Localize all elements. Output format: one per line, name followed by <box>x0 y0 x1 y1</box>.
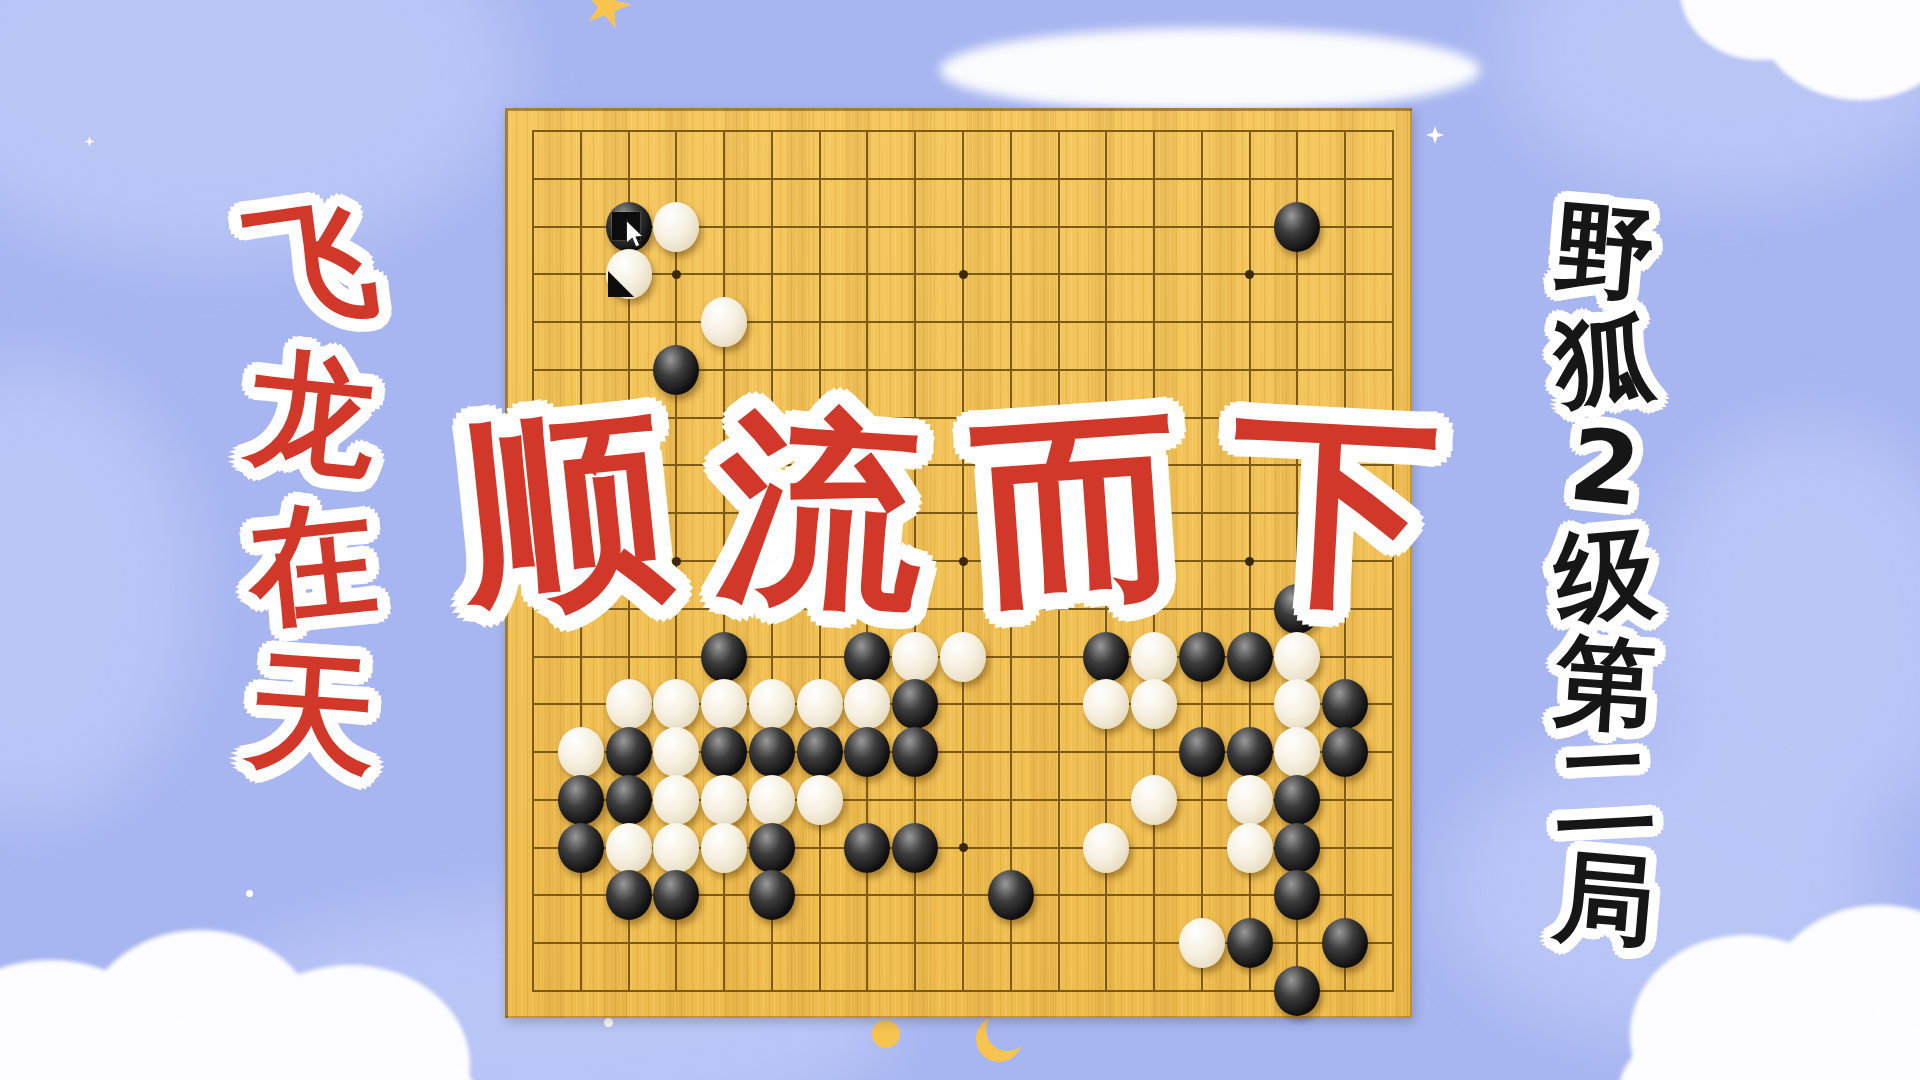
white-stone <box>606 823 652 873</box>
white-stone <box>701 297 747 347</box>
white-stone <box>749 679 795 729</box>
star-point <box>959 270 968 279</box>
grid-line <box>532 990 1394 992</box>
black-stone <box>701 727 747 777</box>
black-stone <box>1179 727 1225 777</box>
white-stone <box>1131 775 1177 825</box>
white-stone <box>1179 918 1225 968</box>
white-stone <box>1274 727 1320 777</box>
black-stone <box>844 823 890 873</box>
white-stone <box>1227 823 1273 873</box>
white-stone <box>1131 632 1177 682</box>
sparkle-icon <box>1426 126 1444 144</box>
sparkle-icon <box>604 1018 613 1027</box>
white-stone <box>701 679 747 729</box>
cloud <box>940 28 1480 112</box>
white-stone <box>558 727 604 777</box>
white-stone <box>653 202 699 252</box>
black-stone <box>1322 918 1368 968</box>
white-stone <box>797 775 843 825</box>
white-stone <box>1131 679 1177 729</box>
black-stone <box>606 775 652 825</box>
caption-char: 天 <box>244 646 381 783</box>
white-stone <box>797 679 843 729</box>
caption-char: 二 <box>1552 739 1657 844</box>
caption-char: 局 <box>1551 846 1659 954</box>
caption-char: 级 <box>1551 522 1659 630</box>
white-stone <box>1274 679 1320 729</box>
black-stone <box>749 823 795 873</box>
black-stone <box>749 727 795 777</box>
black-stone <box>1227 632 1273 682</box>
black-stone <box>558 823 604 873</box>
caption-char: 下 <box>1226 403 1442 619</box>
gold-star-icon <box>872 1020 900 1048</box>
white-stone <box>1083 823 1129 873</box>
crescent-moon-icon <box>976 1016 1022 1062</box>
black-stone <box>844 727 890 777</box>
caption-char: 而 <box>968 401 1188 621</box>
black-stone <box>1274 966 1320 1016</box>
white-stone <box>1083 679 1129 729</box>
white-stone <box>844 679 890 729</box>
black-stone <box>797 727 843 777</box>
caption-char: 顺 <box>452 398 678 624</box>
white-stone <box>653 823 699 873</box>
caption-char: 第 <box>1552 631 1659 738</box>
black-stone <box>1274 870 1320 920</box>
cloud <box>0 360 200 820</box>
black-stone <box>1227 727 1273 777</box>
caption-char: 飞 <box>240 192 385 337</box>
black-stone <box>558 775 604 825</box>
star-point <box>959 843 968 852</box>
black-stone <box>1179 632 1225 682</box>
white-stone <box>606 679 652 729</box>
black-stone <box>892 823 938 873</box>
black-stone <box>892 679 938 729</box>
white-stone <box>1227 775 1273 825</box>
mouse-cursor-icon <box>625 219 645 249</box>
caption-char: 龙 <box>242 344 383 485</box>
black-stone <box>892 727 938 777</box>
white-stone <box>749 775 795 825</box>
black-stone <box>1274 823 1320 873</box>
star-point <box>1245 270 1254 279</box>
black-stone <box>1322 679 1368 729</box>
center-caption: 顺流而下 <box>462 408 1437 614</box>
caption-char: 野 <box>1551 198 1659 306</box>
white-stone <box>701 775 747 825</box>
star-point <box>672 270 681 279</box>
black-stone <box>749 870 795 920</box>
caption-char: 在 <box>242 494 383 635</box>
white-stone <box>940 632 986 682</box>
triangle-marker <box>608 271 634 297</box>
black-stone <box>988 870 1034 920</box>
black-stone <box>653 870 699 920</box>
caption-char: 2 <box>1565 415 1645 522</box>
gold-star-icon <box>578 0 636 35</box>
black-stone <box>1274 202 1320 252</box>
black-stone <box>1322 727 1368 777</box>
white-stone <box>1274 632 1320 682</box>
white-stone <box>701 823 747 873</box>
white-stone <box>892 632 938 682</box>
white-stone <box>653 727 699 777</box>
black-stone <box>844 632 890 682</box>
caption-char: 狐 <box>1552 307 1659 414</box>
black-stone <box>1274 775 1320 825</box>
caption-char: 流 <box>711 401 931 621</box>
black-stone <box>606 870 652 920</box>
right-caption: 野狐2级第二局 <box>1540 202 1670 950</box>
black-stone <box>1083 632 1129 682</box>
sparkle-icon <box>246 890 253 897</box>
left-caption: 飞龙在天 <box>222 200 402 778</box>
white-stone <box>653 679 699 729</box>
black-stone <box>701 632 747 682</box>
black-stone <box>1227 918 1273 968</box>
white-stone <box>653 775 699 825</box>
black-stone <box>653 345 699 395</box>
black-stone <box>606 727 652 777</box>
